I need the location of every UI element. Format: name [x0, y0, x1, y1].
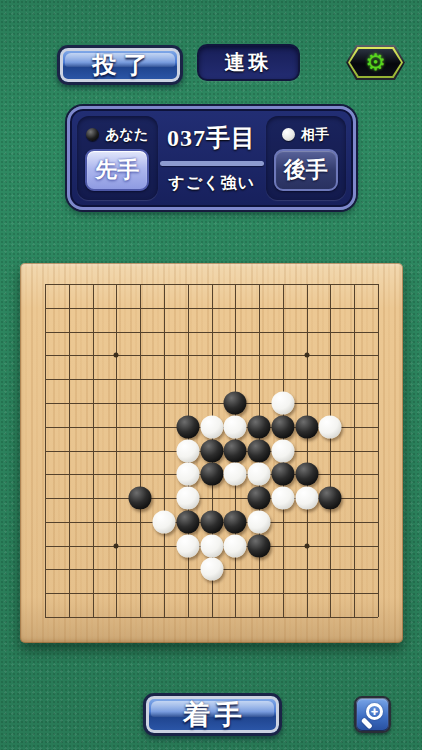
- move-button-label: 着手: [183, 697, 247, 733]
- divider: [160, 161, 264, 166]
- star-point: [304, 543, 309, 548]
- stone-black: [271, 463, 294, 486]
- grid-line-vertical: [354, 284, 355, 617]
- app-screen: 投了 連珠 ⚙ あなた 先手 037手目 すごく強い 相: [0, 0, 422, 750]
- stone-white: [152, 510, 175, 533]
- stone-black: [295, 463, 318, 486]
- grid-line-vertical: [378, 284, 379, 617]
- sente-label: 先手: [95, 155, 139, 185]
- player-line: あなた: [86, 126, 148, 144]
- hexagon-face: ⚙: [350, 49, 401, 76]
- stone-black: [200, 510, 223, 533]
- stone-white: [224, 463, 247, 486]
- star-point: [114, 353, 119, 358]
- stone-white: [176, 439, 199, 462]
- stone-black: [248, 487, 271, 510]
- resign-button-label: 投了: [93, 49, 155, 81]
- stone-black: [200, 439, 223, 462]
- player-label: あなた: [105, 126, 148, 144]
- status-panel: あなた 先手 037手目 すごく強い 相手 後手: [67, 106, 356, 210]
- opponent-well: 相手 後手: [266, 116, 347, 200]
- game-title-label: 連珠: [225, 49, 273, 76]
- stone-white: [200, 534, 223, 557]
- magnifier-plus-icon: +: [356, 698, 389, 731]
- resign-button[interactable]: 投了: [57, 45, 183, 85]
- game-title-badge: 連珠: [197, 44, 300, 81]
- star-point: [114, 543, 119, 548]
- stone-white: [176, 487, 199, 510]
- move-button[interactable]: 着手: [143, 693, 282, 736]
- stone-white: [176, 534, 199, 557]
- opponent-label: 相手: [301, 126, 329, 144]
- stone-black: [248, 534, 271, 557]
- move-counter: 037手目: [167, 122, 256, 154]
- grid-line-vertical: [330, 284, 331, 617]
- player-well: あなた 先手: [77, 116, 158, 200]
- stone-white: [295, 487, 318, 510]
- stone-white: [248, 510, 271, 533]
- settings-button[interactable]: ⚙: [346, 45, 405, 80]
- white-stone-icon: [282, 128, 295, 141]
- stone-black: [271, 415, 294, 438]
- stone-white: [319, 415, 342, 438]
- stone-black: [319, 487, 342, 510]
- star-point: [304, 353, 309, 358]
- stone-black: [200, 463, 223, 486]
- stone-black: [248, 439, 271, 462]
- stone-black: [176, 415, 199, 438]
- stone-black: [176, 510, 199, 533]
- stone-white: [271, 391, 294, 414]
- gote-label: 後手: [284, 155, 328, 185]
- sente-button[interactable]: 先手: [85, 149, 149, 191]
- opponent-line: 相手: [282, 126, 329, 144]
- grid-line-vertical: [307, 284, 308, 617]
- stone-black: [224, 439, 247, 462]
- ai-strength-label: すごく強い: [168, 173, 255, 194]
- black-stone-icon: [86, 128, 99, 141]
- stone-white: [224, 415, 247, 438]
- gote-button[interactable]: 後手: [274, 149, 338, 191]
- stone-white: [271, 439, 294, 462]
- stone-black: [248, 415, 271, 438]
- grid-line-horizontal: [45, 593, 378, 594]
- stone-white: [176, 463, 199, 486]
- stone-white: [248, 463, 271, 486]
- stone-black: [224, 510, 247, 533]
- status-center: 037手目 すごく強い: [160, 114, 264, 202]
- board[interactable]: [20, 263, 403, 643]
- plus-glyph: +: [371, 706, 378, 718]
- magnifier-lens: +: [366, 703, 383, 720]
- board-grid: [45, 284, 378, 617]
- stone-black: [295, 415, 318, 438]
- gear-icon: ⚙: [365, 51, 386, 74]
- stone-white: [271, 487, 294, 510]
- zoom-button[interactable]: +: [354, 696, 391, 733]
- stone-white: [224, 534, 247, 557]
- stone-white: [200, 415, 223, 438]
- stone-black: [129, 487, 152, 510]
- stone-black: [224, 391, 247, 414]
- grid-line-horizontal: [45, 617, 378, 618]
- stone-white: [200, 558, 223, 581]
